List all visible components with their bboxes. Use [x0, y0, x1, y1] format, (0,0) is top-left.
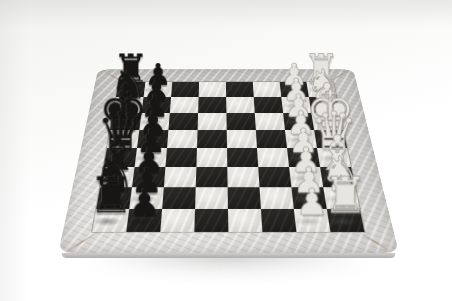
board-front-edge	[62, 253, 396, 258]
photo-backdrop: ♜♞♝♚♛♝♞♜♟♟♟♟♟♟♟♟♟♟♟♟♟♟♟♟♜♞♝♚♛♝♞♜	[0, 0, 452, 301]
square-g6[interactable]	[170, 97, 199, 113]
square-g5[interactable]	[198, 97, 226, 113]
square-h4[interactable]	[226, 82, 254, 97]
square-g4[interactable]	[226, 97, 255, 113]
square-e4[interactable]	[227, 130, 257, 148]
square-h6[interactable]	[171, 82, 199, 97]
white-rook-icon: ♜	[312, 170, 379, 220]
square-h5[interactable]	[199, 82, 227, 97]
piece-a1[interactable]: ♜	[327, 209, 365, 232]
square-h8[interactable]	[116, 82, 145, 97]
square-h2[interactable]	[280, 82, 309, 97]
black-pawn-icon: ♟	[111, 183, 178, 220]
square-f5[interactable]	[198, 113, 227, 130]
square-e5[interactable]	[197, 130, 227, 148]
square-f4[interactable]	[226, 113, 255, 130]
square-h7[interactable]	[144, 82, 173, 97]
piece-a7[interactable]: ♟	[126, 209, 162, 232]
square-g3[interactable]	[254, 97, 283, 113]
chess-board: ♜♞♝♚♛♝♞♜♟♟♟♟♟♟♟♟♟♟♟♟♟♟♟♟♜♞♝♚♛♝♞♜	[58, 69, 399, 253]
square-h3[interactable]	[253, 82, 282, 97]
scene: ♜♞♝♚♛♝♞♜♟♟♟♟♟♟♟♟♟♟♟♟♟♟♟♟♜♞♝♚♛♝♞♜	[0, 0, 452, 301]
square-h1[interactable]	[306, 82, 336, 97]
